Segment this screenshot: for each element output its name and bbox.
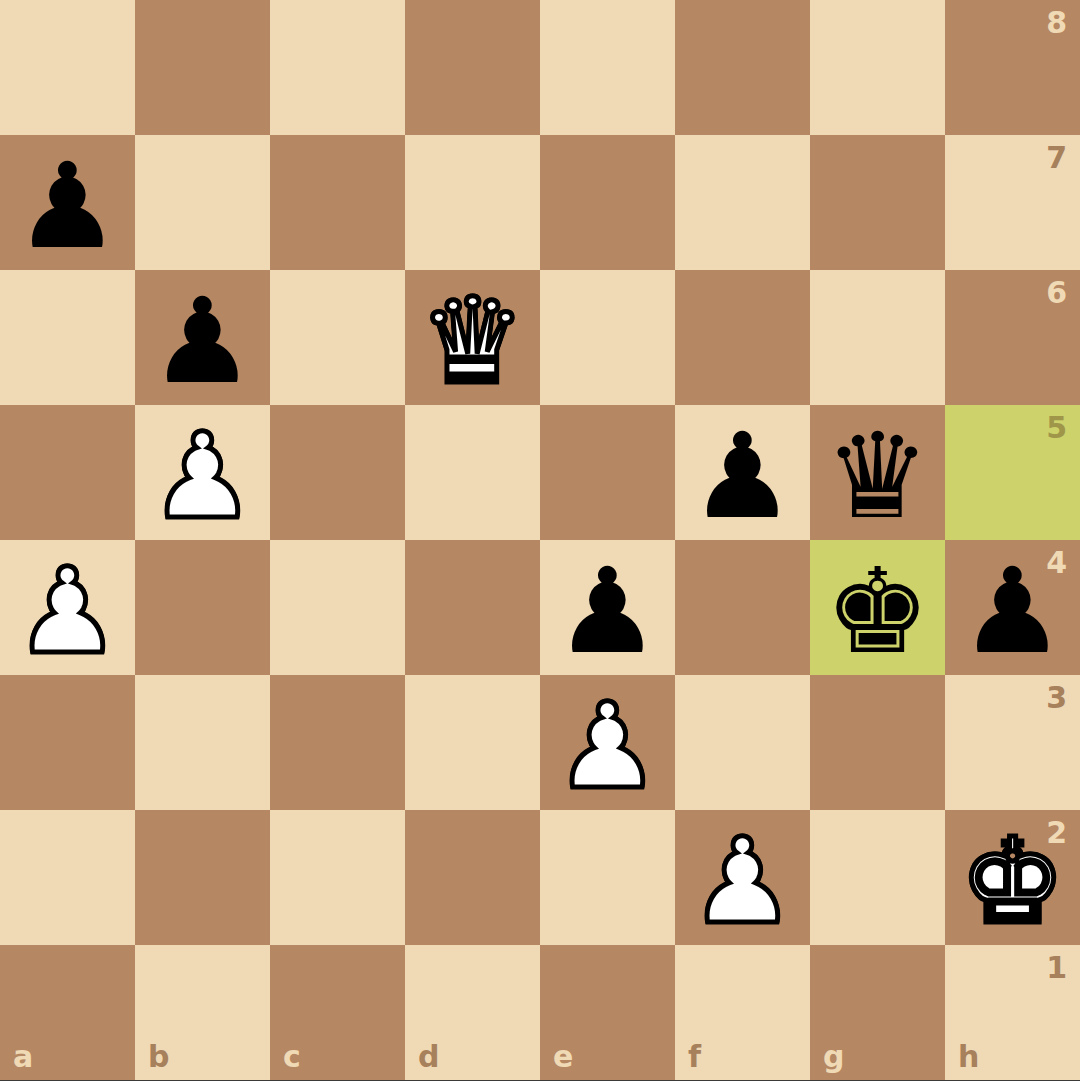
square-h6[interactable]: 6 [945, 270, 1080, 405]
square-e4[interactable]: ♟︎ [540, 540, 675, 675]
black-pawn[interactable]: ♟︎ [540, 543, 675, 678]
square-g3[interactable] [810, 675, 945, 810]
square-c6[interactable] [270, 270, 405, 405]
square-b1[interactable]: b [135, 945, 270, 1080]
square-c8[interactable] [270, 0, 405, 135]
square-f7[interactable] [675, 135, 810, 270]
square-f5[interactable]: ♟︎ [675, 405, 810, 540]
black-pawn[interactable]: ♟︎ [0, 138, 135, 273]
white-pawn[interactable]: ♟︎ [0, 543, 135, 678]
square-g1[interactable]: g [810, 945, 945, 1080]
file-label-c: c [283, 1042, 301, 1072]
square-d3[interactable] [405, 675, 540, 810]
rank-label-1: 1 [1046, 953, 1067, 983]
square-e6[interactable] [540, 270, 675, 405]
square-e2[interactable] [540, 810, 675, 945]
square-c1[interactable]: c [270, 945, 405, 1080]
square-c7[interactable] [270, 135, 405, 270]
white-pawn[interactable]: ♟︎ [135, 408, 270, 543]
white-pawn[interactable]: ♟︎ [540, 678, 675, 813]
square-d6[interactable]: ♛︎ [405, 270, 540, 405]
black-king[interactable]: ♚︎ [810, 543, 945, 678]
rank-label-8: 8 [1046, 8, 1067, 38]
square-g8[interactable] [810, 0, 945, 135]
square-a5[interactable] [0, 405, 135, 540]
square-d5[interactable] [405, 405, 540, 540]
black-queen[interactable]: ♛︎ [810, 408, 945, 543]
square-a2[interactable] [0, 810, 135, 945]
square-h1[interactable]: 1h [945, 945, 1080, 1080]
square-f2[interactable]: ♟︎ [675, 810, 810, 945]
square-b4[interactable] [135, 540, 270, 675]
rank-label-6: 6 [1046, 278, 1067, 308]
rank-label-7: 7 [1046, 143, 1067, 173]
square-f8[interactable] [675, 0, 810, 135]
square-b2[interactable] [135, 810, 270, 945]
white-king[interactable]: ♚︎ [945, 813, 1080, 948]
square-g7[interactable] [810, 135, 945, 270]
rank-label-3: 3 [1046, 683, 1067, 713]
chess-board: 8♟︎7♟︎♛︎6♟︎♟︎♛︎5♟︎♟︎♚︎♟︎4♟︎3♟︎♚︎2abcdefg… [0, 0, 1080, 1080]
file-label-a: a [13, 1042, 33, 1072]
square-f3[interactable] [675, 675, 810, 810]
square-e5[interactable] [540, 405, 675, 540]
square-h4[interactable]: ♟︎4 [945, 540, 1080, 675]
file-label-h: h [958, 1042, 979, 1072]
square-h7[interactable]: 7 [945, 135, 1080, 270]
square-d8[interactable] [405, 0, 540, 135]
square-b5[interactable]: ♟︎ [135, 405, 270, 540]
square-h3[interactable]: 3 [945, 675, 1080, 810]
square-e7[interactable] [540, 135, 675, 270]
square-c2[interactable] [270, 810, 405, 945]
white-queen[interactable]: ♛︎ [405, 273, 540, 408]
square-a7[interactable]: ♟︎ [0, 135, 135, 270]
square-f4[interactable] [675, 540, 810, 675]
square-a1[interactable]: a [0, 945, 135, 1080]
file-label-f: f [688, 1042, 701, 1072]
square-e1[interactable]: e [540, 945, 675, 1080]
square-g6[interactable] [810, 270, 945, 405]
square-c4[interactable] [270, 540, 405, 675]
square-b3[interactable] [135, 675, 270, 810]
square-f6[interactable] [675, 270, 810, 405]
square-a8[interactable] [0, 0, 135, 135]
white-pawn[interactable]: ♟︎ [675, 813, 810, 948]
square-d7[interactable] [405, 135, 540, 270]
black-pawn[interactable]: ♟︎ [675, 408, 810, 543]
square-h8[interactable]: 8 [945, 0, 1080, 135]
square-b7[interactable] [135, 135, 270, 270]
square-d2[interactable] [405, 810, 540, 945]
square-g2[interactable] [810, 810, 945, 945]
square-h2[interactable]: ♚︎2 [945, 810, 1080, 945]
square-a6[interactable] [0, 270, 135, 405]
square-e3[interactable]: ♟︎ [540, 675, 675, 810]
square-c5[interactable] [270, 405, 405, 540]
rank-label-5: 5 [1046, 413, 1067, 443]
square-a3[interactable] [0, 675, 135, 810]
square-h5[interactable]: 5 [945, 405, 1080, 540]
black-pawn[interactable]: ♟︎ [945, 543, 1080, 678]
file-label-b: b [148, 1042, 169, 1072]
file-label-d: d [418, 1042, 439, 1072]
black-pawn[interactable]: ♟︎ [135, 273, 270, 408]
square-f1[interactable]: f [675, 945, 810, 1080]
square-d4[interactable] [405, 540, 540, 675]
square-b6[interactable]: ♟︎ [135, 270, 270, 405]
file-label-g: g [823, 1042, 844, 1072]
file-label-e: e [553, 1042, 573, 1072]
square-d1[interactable]: d [405, 945, 540, 1080]
square-b8[interactable] [135, 0, 270, 135]
square-c3[interactable] [270, 675, 405, 810]
square-a4[interactable]: ♟︎ [0, 540, 135, 675]
square-g5[interactable]: ♛︎ [810, 405, 945, 540]
square-g4[interactable]: ♚︎ [810, 540, 945, 675]
square-e8[interactable] [540, 0, 675, 135]
